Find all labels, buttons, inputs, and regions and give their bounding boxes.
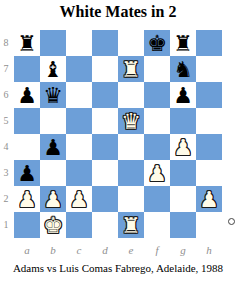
square-g8: ♜ [170, 30, 196, 56]
square-b7: ♝ [40, 56, 66, 82]
black-rook-a8: ♜ [14, 30, 40, 56]
rank-label-8: 8 [0, 30, 12, 56]
square-h1 [196, 212, 222, 238]
square-h2: ♟ [196, 186, 222, 212]
puzzle-title: White Mates in 2 [0, 3, 236, 21]
square-g1 [170, 212, 196, 238]
white-pawn-c2: ♟ [66, 186, 92, 212]
square-e7: ♜ [118, 56, 144, 82]
square-c4 [66, 134, 92, 160]
rank-label-2: 2 [0, 186, 12, 212]
square-b3 [40, 160, 66, 186]
black-rook-g8: ♜ [170, 30, 196, 56]
black-queen-b6: ♛ [40, 82, 66, 108]
square-e1: ♜ [118, 212, 144, 238]
square-e6 [118, 82, 144, 108]
square-f8: ♚ [144, 30, 170, 56]
white-pawn-f3: ♟ [144, 160, 170, 186]
square-e5: ♛ [118, 108, 144, 134]
file-label-a: a [14, 243, 40, 258]
rank-label-7: 7 [0, 56, 12, 82]
square-d5 [92, 108, 118, 134]
square-f2 [144, 186, 170, 212]
rank-label-6: 6 [0, 82, 12, 108]
rank-label-3: 3 [0, 160, 12, 186]
square-b4: ♟ [40, 134, 66, 160]
rank-label-4: 4 [0, 134, 12, 160]
rank-labels: 87654321 [0, 30, 12, 238]
square-a3: ♟ [14, 160, 40, 186]
white-to-move-indicator [228, 218, 235, 225]
square-f3: ♟ [144, 160, 170, 186]
square-b1: ♚ [40, 212, 66, 238]
square-c2: ♟ [66, 186, 92, 212]
square-a8: ♜ [14, 30, 40, 56]
rank-label-1: 1 [0, 212, 12, 238]
square-d2 [92, 186, 118, 212]
black-king-f8: ♚ [144, 30, 170, 56]
white-pawn-g4: ♟ [170, 134, 196, 160]
file-label-h: h [196, 243, 222, 258]
square-g4: ♟ [170, 134, 196, 160]
game-caption: Adams vs Luis Comas Fabrego, Adelaide, 1… [0, 262, 236, 274]
square-g5 [170, 108, 196, 134]
square-e2 [118, 186, 144, 212]
square-d4 [92, 134, 118, 160]
white-pawn-a2: ♟ [14, 186, 40, 212]
chess-board: ♜♚♜♝♜♞♟♛♟♛♟♟♟♟♟♟♟♟♚♜ [14, 30, 222, 238]
square-g6: ♟ [170, 82, 196, 108]
square-c5 [66, 108, 92, 134]
square-a6: ♟ [14, 82, 40, 108]
square-b6: ♛ [40, 82, 66, 108]
square-e3 [118, 160, 144, 186]
white-rook-e7: ♜ [118, 56, 144, 82]
file-label-b: b [40, 243, 66, 258]
square-b2: ♟ [40, 186, 66, 212]
square-b5 [40, 108, 66, 134]
white-pawn-h2: ♟ [196, 186, 222, 212]
square-f4 [144, 134, 170, 160]
square-d7 [92, 56, 118, 82]
square-f6 [144, 82, 170, 108]
square-e8 [118, 30, 144, 56]
white-pawn-b2: ♟ [40, 186, 66, 212]
square-h5 [196, 108, 222, 134]
black-pawn-a6: ♟ [14, 82, 40, 108]
square-d6 [92, 82, 118, 108]
file-label-e: e [118, 243, 144, 258]
square-c7 [66, 56, 92, 82]
square-h6 [196, 82, 222, 108]
file-label-f: f [144, 243, 170, 258]
white-king-b1: ♚ [40, 212, 66, 238]
file-label-g: g [170, 243, 196, 258]
black-pawn-b4: ♟ [40, 134, 66, 160]
square-h4 [196, 134, 222, 160]
black-pawn-a3: ♟ [14, 160, 40, 186]
square-g2 [170, 186, 196, 212]
square-a4 [14, 134, 40, 160]
square-a1 [14, 212, 40, 238]
square-d3 [92, 160, 118, 186]
square-h7 [196, 56, 222, 82]
black-bishop-b7: ♝ [40, 56, 66, 82]
square-f5 [144, 108, 170, 134]
file-label-c: c [66, 243, 92, 258]
square-a7 [14, 56, 40, 82]
black-pawn-g6: ♟ [170, 82, 196, 108]
square-g3 [170, 160, 196, 186]
square-h3 [196, 160, 222, 186]
black-knight-g7: ♞ [170, 56, 196, 82]
white-rook-e1: ♜ [118, 212, 144, 238]
square-c1 [66, 212, 92, 238]
file-label-d: d [92, 243, 118, 258]
square-f7 [144, 56, 170, 82]
square-h8 [196, 30, 222, 56]
square-c8 [66, 30, 92, 56]
puzzle-page: White Mates in 2 87654321 ♜♚♜♝♜♞♟♛♟♛♟♟♟♟… [0, 0, 236, 284]
rank-label-5: 5 [0, 108, 12, 134]
square-d1 [92, 212, 118, 238]
file-labels: abcdefgh [14, 243, 222, 258]
white-queen-e5: ♛ [118, 108, 144, 134]
square-c6 [66, 82, 92, 108]
square-e4 [118, 134, 144, 160]
square-c3 [66, 160, 92, 186]
square-d8 [92, 30, 118, 56]
square-f1 [144, 212, 170, 238]
square-b8 [40, 30, 66, 56]
square-a5 [14, 108, 40, 134]
square-g7: ♞ [170, 56, 196, 82]
square-a2: ♟ [14, 186, 40, 212]
